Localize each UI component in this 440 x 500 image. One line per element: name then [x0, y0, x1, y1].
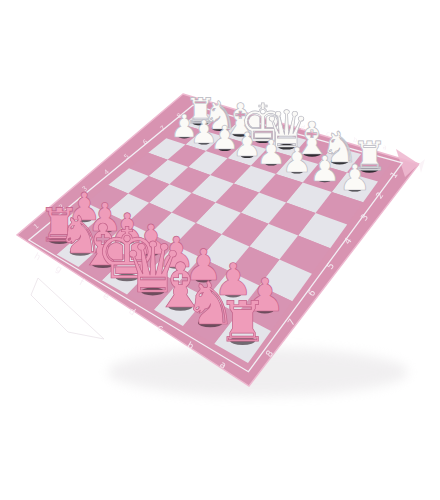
white-pawn-glyph: ♟ — [339, 157, 371, 198]
pink-rook-glyph: ♜ — [218, 289, 268, 354]
mat-fold-underside — [31, 278, 104, 339]
file-label-near-h: h — [33, 251, 43, 263]
chessboard-photo: hgfedcba87654321hgfedcba87654321♜♞♝♟♚♟♛♟… — [0, 0, 440, 500]
file-label-near-g: g — [54, 263, 64, 275]
white-pawn-glyph: ♟ — [281, 140, 312, 180]
piece-pink-rook-a8[interactable]: ♜ — [218, 289, 268, 354]
mat-corner-edge — [419, 159, 425, 173]
white-pawn-glyph: ♟ — [309, 148, 341, 189]
piece-white-pawn-a2[interactable]: ♟ — [339, 157, 371, 198]
piece-white-pawn-c2[interactable]: ♟ — [281, 140, 312, 180]
piece-white-pawn-b2[interactable]: ♟ — [309, 148, 341, 189]
product-photo-stage: hgfedcba87654321hgfedcba87654321♜♞♝♟♚♟♛♟… — [0, 0, 440, 500]
